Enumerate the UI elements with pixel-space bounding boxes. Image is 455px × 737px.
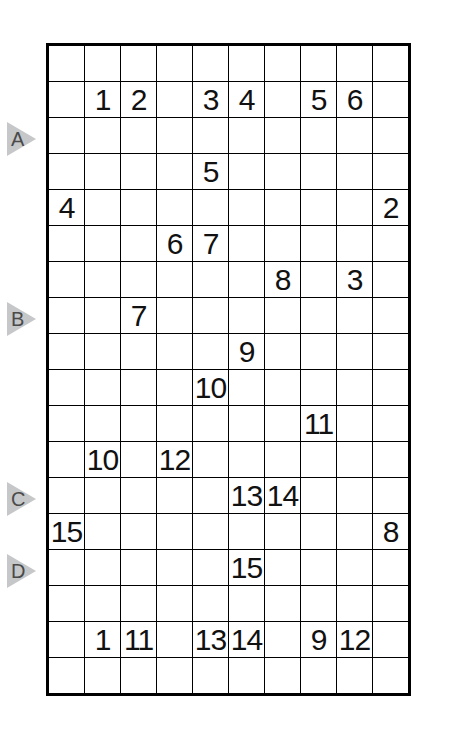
cell-r18c3[interactable] bbox=[121, 658, 156, 693]
cell-r14c6[interactable] bbox=[229, 514, 264, 549]
cell-r11c6[interactable] bbox=[229, 406, 264, 441]
cell-r9c3[interactable] bbox=[121, 334, 156, 369]
cell-r14c1[interactable]: 15 bbox=[49, 514, 84, 549]
cell-r2c8[interactable]: 5 bbox=[301, 82, 336, 117]
cell-r2c5[interactable]: 3 bbox=[193, 82, 228, 117]
cell-r4c8[interactable] bbox=[301, 154, 336, 189]
cell-r16c1[interactable] bbox=[49, 586, 84, 621]
cell-r16c3[interactable] bbox=[121, 586, 156, 621]
cell-r18c2[interactable] bbox=[85, 658, 120, 693]
cell-r8c10[interactable] bbox=[373, 298, 408, 333]
cell-r14c10[interactable]: 8 bbox=[373, 514, 408, 549]
cell-r6c6[interactable] bbox=[229, 226, 264, 261]
cell-r15c1[interactable] bbox=[49, 550, 84, 585]
cell-r15c5[interactable] bbox=[193, 550, 228, 585]
cell-r14c5[interactable] bbox=[193, 514, 228, 549]
cell-r1c9[interactable] bbox=[337, 46, 372, 81]
cell-r10c8[interactable] bbox=[301, 370, 336, 405]
row-marker-d: D bbox=[7, 554, 36, 588]
cell-r17c4[interactable] bbox=[157, 622, 192, 657]
cell-r2c1[interactable] bbox=[49, 82, 84, 117]
cell-r17c5[interactable]: 13 bbox=[193, 622, 228, 657]
cell-r10c1[interactable] bbox=[49, 370, 84, 405]
cell-r9c7[interactable] bbox=[265, 334, 300, 369]
cell-r8c8[interactable] bbox=[301, 298, 336, 333]
cell-r18c10[interactable] bbox=[373, 658, 408, 693]
cell-r2c3[interactable]: 2 bbox=[121, 82, 156, 117]
cell-r17c1[interactable] bbox=[49, 622, 84, 657]
cell-r4c1[interactable] bbox=[49, 154, 84, 189]
cell-r14c7[interactable] bbox=[265, 514, 300, 549]
cell-r7c2[interactable] bbox=[85, 262, 120, 297]
cell-r12c3[interactable] bbox=[121, 442, 156, 477]
cell-r16c9[interactable] bbox=[337, 586, 372, 621]
cell-r6c2[interactable] bbox=[85, 226, 120, 261]
cell-r3c6[interactable] bbox=[229, 118, 264, 153]
cell-r18c1[interactable] bbox=[49, 658, 84, 693]
cell-r1c5[interactable] bbox=[193, 46, 228, 81]
cell-r8c5[interactable] bbox=[193, 298, 228, 333]
cell-r3c5[interactable] bbox=[193, 118, 228, 153]
cell-r12c10[interactable] bbox=[373, 442, 408, 477]
cell-r4c6[interactable] bbox=[229, 154, 264, 189]
cell-r8c2[interactable] bbox=[85, 298, 120, 333]
cell-r17c6[interactable]: 14 bbox=[229, 622, 264, 657]
cell-r14c4[interactable] bbox=[157, 514, 192, 549]
cell-r6c8[interactable] bbox=[301, 226, 336, 261]
cell-r18c9[interactable] bbox=[337, 658, 372, 693]
cell-r13c1[interactable] bbox=[49, 478, 84, 513]
cell-r12c1[interactable] bbox=[49, 442, 84, 477]
cell-r14c9[interactable] bbox=[337, 514, 372, 549]
cell-r10c6[interactable] bbox=[229, 370, 264, 405]
cell-r15c7[interactable] bbox=[265, 550, 300, 585]
cell-r7c9[interactable]: 3 bbox=[337, 262, 372, 297]
cell-r17c10[interactable] bbox=[373, 622, 408, 657]
cell-r13c3[interactable] bbox=[121, 478, 156, 513]
cell-r3c2[interactable] bbox=[85, 118, 120, 153]
cell-r9c10[interactable] bbox=[373, 334, 408, 369]
cell-r8c7[interactable] bbox=[265, 298, 300, 333]
cell-r8c1[interactable] bbox=[49, 298, 84, 333]
cell-r17c9[interactable]: 12 bbox=[337, 622, 372, 657]
cell-r5c5[interactable] bbox=[193, 190, 228, 225]
cell-r4c5[interactable]: 5 bbox=[193, 154, 228, 189]
row-marker-b: B bbox=[7, 302, 36, 336]
cell-r11c9[interactable] bbox=[337, 406, 372, 441]
cell-r15c8[interactable] bbox=[301, 550, 336, 585]
cell-r1c4[interactable] bbox=[157, 46, 192, 81]
cell-r4c7[interactable] bbox=[265, 154, 300, 189]
cell-r6c10[interactable] bbox=[373, 226, 408, 261]
cell-r13c5[interactable] bbox=[193, 478, 228, 513]
cell-r16c7[interactable] bbox=[265, 586, 300, 621]
cell-r12c6[interactable] bbox=[229, 442, 264, 477]
cell-r16c10[interactable] bbox=[373, 586, 408, 621]
cell-r13c6[interactable]: 13 bbox=[229, 478, 264, 513]
cell-r6c3[interactable] bbox=[121, 226, 156, 261]
cell-r11c3[interactable] bbox=[121, 406, 156, 441]
cell-r17c2[interactable]: 1 bbox=[85, 622, 120, 657]
cell-r5c4[interactable] bbox=[157, 190, 192, 225]
puzzle-board: 1234565426783791011101213141581511113149… bbox=[46, 43, 411, 696]
cell-r5c7[interactable] bbox=[265, 190, 300, 225]
cell-r14c8[interactable] bbox=[301, 514, 336, 549]
cell-r9c5[interactable] bbox=[193, 334, 228, 369]
cell-r11c8[interactable]: 11 bbox=[301, 406, 336, 441]
cell-r12c2[interactable]: 10 bbox=[85, 442, 120, 477]
cell-r7c7[interactable]: 8 bbox=[265, 262, 300, 297]
cell-r10c5[interactable]: 10 bbox=[193, 370, 228, 405]
cell-r6c1[interactable] bbox=[49, 226, 84, 261]
cell-r2c2[interactable]: 1 bbox=[85, 82, 120, 117]
cell-r3c9[interactable] bbox=[337, 118, 372, 153]
cell-r1c7[interactable] bbox=[265, 46, 300, 81]
cell-r13c10[interactable] bbox=[373, 478, 408, 513]
cell-r16c8[interactable] bbox=[301, 586, 336, 621]
cell-r9c9[interactable] bbox=[337, 334, 372, 369]
cell-r1c3[interactable] bbox=[121, 46, 156, 81]
cell-r2c10[interactable] bbox=[373, 82, 408, 117]
cell-r4c2[interactable] bbox=[85, 154, 120, 189]
cell-r3c3[interactable] bbox=[121, 118, 156, 153]
cell-r10c2[interactable] bbox=[85, 370, 120, 405]
cell-r11c4[interactable] bbox=[157, 406, 192, 441]
cell-r4c3[interactable] bbox=[121, 154, 156, 189]
cell-r7c1[interactable] bbox=[49, 262, 84, 297]
cell-r15c2[interactable] bbox=[85, 550, 120, 585]
cell-r11c1[interactable] bbox=[49, 406, 84, 441]
cell-r2c4[interactable] bbox=[157, 82, 192, 117]
cell-r7c5[interactable] bbox=[193, 262, 228, 297]
cell-r5c10[interactable]: 2 bbox=[373, 190, 408, 225]
cell-r5c2[interactable] bbox=[85, 190, 120, 225]
row-marker-c: C bbox=[7, 482, 36, 516]
cell-r12c5[interactable] bbox=[193, 442, 228, 477]
cell-r7c3[interactable] bbox=[121, 262, 156, 297]
cell-r10c3[interactable] bbox=[121, 370, 156, 405]
cell-r11c2[interactable] bbox=[85, 406, 120, 441]
cell-r6c9[interactable] bbox=[337, 226, 372, 261]
cell-r6c4[interactable]: 6 bbox=[157, 226, 192, 261]
cell-r5c8[interactable] bbox=[301, 190, 336, 225]
cell-r10c9[interactable] bbox=[337, 370, 372, 405]
cell-r9c2[interactable] bbox=[85, 334, 120, 369]
cell-r7c8[interactable] bbox=[301, 262, 336, 297]
cell-r5c9[interactable] bbox=[337, 190, 372, 225]
cell-r18c6[interactable] bbox=[229, 658, 264, 693]
cell-r9c1[interactable] bbox=[49, 334, 84, 369]
cell-r3c7[interactable] bbox=[265, 118, 300, 153]
cell-r16c4[interactable] bbox=[157, 586, 192, 621]
cell-r3c1[interactable] bbox=[49, 118, 84, 153]
cell-r11c10[interactable] bbox=[373, 406, 408, 441]
cell-r13c4[interactable] bbox=[157, 478, 192, 513]
cell-r12c9[interactable] bbox=[337, 442, 372, 477]
cell-r16c2[interactable] bbox=[85, 586, 120, 621]
cell-r9c6[interactable]: 9 bbox=[229, 334, 264, 369]
cell-r9c8[interactable] bbox=[301, 334, 336, 369]
cell-r17c7[interactable] bbox=[265, 622, 300, 657]
cell-r4c9[interactable] bbox=[337, 154, 372, 189]
cell-r8c3[interactable]: 7 bbox=[121, 298, 156, 333]
cell-r11c7[interactable] bbox=[265, 406, 300, 441]
cell-r5c1[interactable]: 4 bbox=[49, 190, 84, 225]
cell-r1c2[interactable] bbox=[85, 46, 120, 81]
cell-r9c4[interactable] bbox=[157, 334, 192, 369]
cell-r1c8[interactable] bbox=[301, 46, 336, 81]
cell-r8c4[interactable] bbox=[157, 298, 192, 333]
cell-r10c10[interactable] bbox=[373, 370, 408, 405]
cell-r12c8[interactable] bbox=[301, 442, 336, 477]
cell-r16c6[interactable] bbox=[229, 586, 264, 621]
cell-r17c8[interactable]: 9 bbox=[301, 622, 336, 657]
cell-r12c4[interactable]: 12 bbox=[157, 442, 192, 477]
cell-r3c4[interactable] bbox=[157, 118, 192, 153]
cell-r2c7[interactable] bbox=[265, 82, 300, 117]
cell-r7c6[interactable] bbox=[229, 262, 264, 297]
cell-r13c9[interactable] bbox=[337, 478, 372, 513]
cell-r18c4[interactable] bbox=[157, 658, 192, 693]
cell-r14c2[interactable] bbox=[85, 514, 120, 549]
cell-r15c3[interactable] bbox=[121, 550, 156, 585]
cell-r14c3[interactable] bbox=[121, 514, 156, 549]
cell-r15c10[interactable] bbox=[373, 550, 408, 585]
cell-r16c5[interactable] bbox=[193, 586, 228, 621]
cell-r12c7[interactable] bbox=[265, 442, 300, 477]
cell-r3c10[interactable] bbox=[373, 118, 408, 153]
cell-r6c7[interactable] bbox=[265, 226, 300, 261]
cell-r4c4[interactable] bbox=[157, 154, 192, 189]
cell-r6c5[interactable]: 7 bbox=[193, 226, 228, 261]
cell-r4c10[interactable] bbox=[373, 154, 408, 189]
cell-r2c6[interactable]: 4 bbox=[229, 82, 264, 117]
cell-r11c5[interactable] bbox=[193, 406, 228, 441]
cell-r18c5[interactable] bbox=[193, 658, 228, 693]
cell-r13c7[interactable]: 14 bbox=[265, 478, 300, 513]
cell-r7c4[interactable] bbox=[157, 262, 192, 297]
cell-r2c9[interactable]: 6 bbox=[337, 82, 372, 117]
cell-r15c9[interactable] bbox=[337, 550, 372, 585]
cell-r15c6[interactable]: 15 bbox=[229, 550, 264, 585]
cell-r17c3[interactable]: 11 bbox=[121, 622, 156, 657]
cell-r15c4[interactable] bbox=[157, 550, 192, 585]
cell-r1c10[interactable] bbox=[373, 46, 408, 81]
cell-r5c3[interactable] bbox=[121, 190, 156, 225]
cell-r18c7[interactable] bbox=[265, 658, 300, 693]
cell-r1c6[interactable] bbox=[229, 46, 264, 81]
cell-r7c10[interactable] bbox=[373, 262, 408, 297]
cell-r13c8[interactable] bbox=[301, 478, 336, 513]
cell-r10c7[interactable] bbox=[265, 370, 300, 405]
cell-r1c1[interactable] bbox=[49, 46, 84, 81]
cell-r3c8[interactable] bbox=[301, 118, 336, 153]
cell-r18c8[interactable] bbox=[301, 658, 336, 693]
cell-r10c4[interactable] bbox=[157, 370, 192, 405]
row-marker-a: A bbox=[7, 122, 36, 156]
cell-r13c2[interactable] bbox=[85, 478, 120, 513]
cell-r8c6[interactable] bbox=[229, 298, 264, 333]
cell-r5c6[interactable] bbox=[229, 190, 264, 225]
cell-r8c9[interactable] bbox=[337, 298, 372, 333]
puzzle-page: 1234565426783791011101213141581511113149… bbox=[0, 0, 455, 737]
